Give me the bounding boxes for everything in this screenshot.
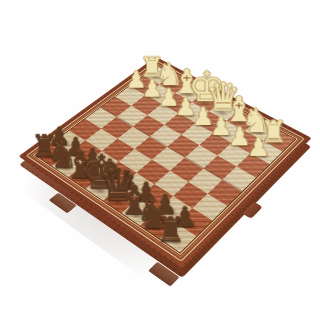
- piece-black-rook: ♜: [155, 213, 181, 247]
- piece-white-pawn: ♟: [247, 135, 270, 160]
- board-frame: ♜♞♝♚♛♝♞♜♟♟♟♟♟♟♟♟♟♟♟♟♟♟♟♟♜♞♝♚♛♝♞♜: [19, 57, 312, 269]
- chess-set-product-photo: ♜♞♝♚♛♝♞♜♟♟♟♟♟♟♟♟♟♟♟♟♟♟♟♟♜♞♝♚♛♝♞♜: [0, 0, 320, 320]
- board-frame-band: ♜♞♝♚♛♝♞♜♟♟♟♟♟♟♟♟♟♟♟♟♟♟♟♟♜♞♝♚♛♝♞♜: [26, 61, 305, 262]
- board-square: [185, 145, 218, 169]
- chess-board: ♜♞♝♚♛♝♞♜♟♟♟♟♟♟♟♟♟♟♟♟♟♟♟♟♜♞♝♚♛♝♞♜: [19, 57, 312, 269]
